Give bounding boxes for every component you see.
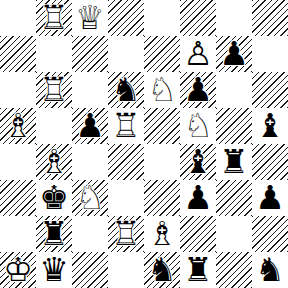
square-d2[interactable]: ♜♖ — [108, 216, 144, 252]
square-d7[interactable] — [108, 36, 144, 72]
square-a3[interactable] — [0, 180, 36, 216]
square-b7[interactable] — [36, 36, 72, 72]
square-h6[interactable] — [252, 72, 288, 108]
square-e7[interactable] — [144, 36, 180, 72]
square-e6[interactable]: ♞♘ — [144, 72, 180, 108]
square-g6[interactable] — [216, 72, 252, 108]
black-piece-glyph: ♞ — [252, 252, 288, 288]
square-d1[interactable] — [108, 252, 144, 288]
piece-white-queen[interactable]: ♛♕ — [72, 0, 108, 36]
white-piece-glyph: ♖ — [108, 108, 144, 144]
square-e5[interactable] — [144, 108, 180, 144]
square-c4[interactable] — [72, 144, 108, 180]
square-e8[interactable] — [144, 0, 180, 36]
square-d4[interactable] — [108, 144, 144, 180]
piece-white-knight[interactable]: ♞♘ — [72, 180, 108, 216]
square-g4[interactable]: ♜♜ — [216, 144, 252, 180]
square-h1[interactable]: ♞♞ — [252, 252, 288, 288]
piece-white-rook[interactable]: ♜♖ — [108, 216, 144, 252]
square-h8[interactable] — [252, 0, 288, 36]
square-b8[interactable]: ♜♖ — [36, 0, 72, 36]
black-piece-glyph: ♛ — [36, 252, 72, 288]
square-c1[interactable] — [72, 252, 108, 288]
white-piece-glyph: ♔ — [0, 252, 36, 288]
piece-white-bishop[interactable]: ♝♗ — [144, 216, 180, 252]
chess-board: ♜♖♛♕♟♙♟♟♜♖♞♞♞♘♟♟♝♗♟♟♜♖♞♘♝♝♝♗♝♝♜♜♚♚♞♘♟♟♟♟… — [0, 0, 288, 288]
square-h5[interactable]: ♝♝ — [252, 108, 288, 144]
square-g2[interactable] — [216, 216, 252, 252]
square-a2[interactable] — [0, 216, 36, 252]
piece-black-pawn[interactable]: ♟♟ — [72, 108, 108, 144]
white-piece-glyph: ♘ — [144, 72, 180, 108]
piece-white-bishop[interactable]: ♝♗ — [0, 108, 36, 144]
square-f6[interactable]: ♟♟ — [180, 72, 216, 108]
square-f7[interactable]: ♟♙ — [180, 36, 216, 72]
black-piece-glyph: ♝ — [252, 108, 288, 144]
square-c2[interactable] — [72, 216, 108, 252]
square-f3[interactable]: ♟♟ — [180, 180, 216, 216]
white-piece-glyph: ♖ — [36, 72, 72, 108]
square-d6[interactable]: ♞♞ — [108, 72, 144, 108]
piece-white-rook[interactable]: ♜♖ — [108, 108, 144, 144]
black-piece-glyph: ♟ — [72, 108, 108, 144]
piece-white-bishop[interactable]: ♝♗ — [36, 144, 72, 180]
piece-black-knight[interactable]: ♞♞ — [144, 252, 180, 288]
black-piece-glyph: ♜ — [180, 252, 216, 288]
piece-black-rook[interactable]: ♜♜ — [180, 252, 216, 288]
square-f2[interactable] — [180, 216, 216, 252]
square-c8[interactable]: ♛♕ — [72, 0, 108, 36]
white-piece-glyph: ♗ — [36, 144, 72, 180]
black-piece-glyph: ♜ — [216, 144, 252, 180]
square-g5[interactable] — [216, 108, 252, 144]
square-g3[interactable] — [216, 180, 252, 216]
square-g7[interactable]: ♟♟ — [216, 36, 252, 72]
square-b1[interactable]: ♛♛ — [36, 252, 72, 288]
square-g1[interactable] — [216, 252, 252, 288]
piece-black-pawn[interactable]: ♟♟ — [180, 180, 216, 216]
square-e4[interactable] — [144, 144, 180, 180]
square-e2[interactable]: ♝♗ — [144, 216, 180, 252]
square-g8[interactable] — [216, 0, 252, 36]
square-c3[interactable]: ♞♘ — [72, 180, 108, 216]
square-e3[interactable] — [144, 180, 180, 216]
black-piece-glyph: ♞ — [108, 72, 144, 108]
white-piece-glyph: ♖ — [36, 0, 72, 36]
square-f1[interactable]: ♜♜ — [180, 252, 216, 288]
piece-black-rook[interactable]: ♜♜ — [36, 216, 72, 252]
square-a7[interactable] — [0, 36, 36, 72]
piece-white-knight[interactable]: ♞♘ — [180, 108, 216, 144]
black-piece-glyph: ♜ — [36, 216, 72, 252]
piece-black-king[interactable]: ♚♚ — [36, 180, 72, 216]
white-piece-glyph: ♕ — [72, 0, 108, 36]
black-piece-glyph: ♞ — [144, 252, 180, 288]
square-f4[interactable]: ♝♝ — [180, 144, 216, 180]
piece-black-pawn[interactable]: ♟♟ — [216, 36, 252, 72]
square-a6[interactable] — [0, 72, 36, 108]
square-f8[interactable] — [180, 0, 216, 36]
piece-white-pawn[interactable]: ♟♙ — [180, 36, 216, 72]
square-d3[interactable] — [108, 180, 144, 216]
piece-black-bishop[interactable]: ♝♝ — [180, 144, 216, 180]
square-a5[interactable]: ♝♗ — [0, 108, 36, 144]
white-piece-glyph: ♙ — [180, 36, 216, 72]
square-d5[interactable]: ♜♖ — [108, 108, 144, 144]
white-piece-glyph: ♗ — [144, 216, 180, 252]
square-d8[interactable] — [108, 0, 144, 36]
black-piece-glyph: ♟ — [252, 180, 288, 216]
black-piece-glyph: ♟ — [180, 72, 216, 108]
piece-black-rook[interactable]: ♜♜ — [216, 144, 252, 180]
square-a4[interactable] — [0, 144, 36, 180]
square-a8[interactable] — [0, 0, 36, 36]
square-a1[interactable]: ♚♔ — [0, 252, 36, 288]
square-b2[interactable]: ♜♜ — [36, 216, 72, 252]
piece-white-rook[interactable]: ♜♖ — [36, 72, 72, 108]
square-h2[interactable] — [252, 216, 288, 252]
square-b5[interactable] — [36, 108, 72, 144]
square-c5[interactable]: ♟♟ — [72, 108, 108, 144]
square-h7[interactable] — [252, 36, 288, 72]
black-piece-glyph: ♚ — [36, 180, 72, 216]
square-c7[interactable] — [72, 36, 108, 72]
square-e1[interactable]: ♞♞ — [144, 252, 180, 288]
square-h3[interactable]: ♟♟ — [252, 180, 288, 216]
black-piece-glyph: ♟ — [216, 36, 252, 72]
black-piece-glyph: ♟ — [180, 180, 216, 216]
white-piece-glyph: ♗ — [0, 108, 36, 144]
piece-black-pawn[interactable]: ♟♟ — [180, 72, 216, 108]
square-b4[interactable]: ♝♗ — [36, 144, 72, 180]
piece-black-queen[interactable]: ♛♛ — [36, 252, 72, 288]
square-h4[interactable] — [252, 144, 288, 180]
white-piece-glyph: ♘ — [180, 108, 216, 144]
piece-white-rook[interactable]: ♜♖ — [36, 0, 72, 36]
piece-black-bishop[interactable]: ♝♝ — [252, 108, 288, 144]
piece-black-pawn[interactable]: ♟♟ — [252, 180, 288, 216]
piece-black-knight[interactable]: ♞♞ — [252, 252, 288, 288]
square-f5[interactable]: ♞♘ — [180, 108, 216, 144]
black-piece-glyph: ♝ — [180, 144, 216, 180]
square-b6[interactable]: ♜♖ — [36, 72, 72, 108]
white-piece-glyph: ♖ — [108, 216, 144, 252]
white-piece-glyph: ♘ — [72, 180, 108, 216]
square-b3[interactable]: ♚♚ — [36, 180, 72, 216]
piece-black-knight[interactable]: ♞♞ — [108, 72, 144, 108]
piece-white-king[interactable]: ♚♔ — [0, 252, 36, 288]
piece-white-knight[interactable]: ♞♘ — [144, 72, 180, 108]
square-c6[interactable] — [72, 72, 108, 108]
